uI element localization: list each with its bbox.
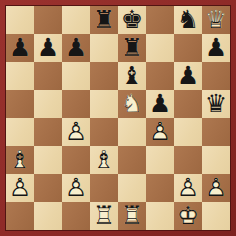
square-b3[interactable] [34,146,62,174]
square-f4[interactable]: ♟♙ [146,118,174,146]
square-c2[interactable]: ♟♙ [62,174,90,202]
square-d4[interactable] [90,118,118,146]
square-h7[interactable]: ♟ [202,34,230,62]
square-g4[interactable] [174,118,202,146]
square-g2[interactable]: ♟♙ [174,174,202,202]
square-a5[interactable] [6,90,34,118]
black-king-glyph: ♚ [118,6,146,34]
black-pawn[interactable]: ♟ [6,34,34,62]
square-d6[interactable] [90,62,118,90]
square-f6[interactable] [146,62,174,90]
square-d3[interactable]: ♝♗ [90,146,118,174]
square-g5[interactable] [174,90,202,118]
square-e1[interactable]: ♜♖ [118,202,146,230]
black-knight[interactable]: ♞ [174,6,202,34]
square-f1[interactable] [146,202,174,230]
square-f2[interactable] [146,174,174,202]
square-d8[interactable]: ♜ [90,6,118,34]
square-f7[interactable] [146,34,174,62]
square-g6[interactable]: ♟ [174,62,202,90]
square-b7[interactable]: ♟ [34,34,62,62]
square-g3[interactable] [174,146,202,174]
black-pawn-glyph: ♟ [34,34,62,62]
white-pawn-outline: ♙ [62,174,90,202]
black-pawn[interactable]: ♟ [146,90,174,118]
white-pawn[interactable]: ♟♙ [146,118,174,146]
black-bishop[interactable]: ♝ [118,62,146,90]
white-pawn[interactable]: ♟♙ [62,118,90,146]
square-b4[interactable] [34,118,62,146]
black-bishop-glyph: ♝ [118,62,146,90]
black-rook[interactable]: ♜ [90,6,118,34]
white-pawn-outline: ♙ [62,118,90,146]
square-c8[interactable] [62,6,90,34]
white-bishop[interactable]: ♝♗ [90,146,118,174]
square-e8[interactable]: ♚ [118,6,146,34]
black-pawn-glyph: ♟ [202,34,230,62]
square-a1[interactable] [6,202,34,230]
white-queen[interactable]: ♛♕ [202,6,230,34]
square-c4[interactable]: ♟♙ [62,118,90,146]
black-pawn-glyph: ♟ [62,34,90,62]
white-rook[interactable]: ♜♖ [118,202,146,230]
white-king-outline: ♔ [174,202,202,230]
white-pawn[interactable]: ♟♙ [62,174,90,202]
white-rook-outline: ♖ [90,202,118,230]
square-f3[interactable] [146,146,174,174]
white-pawn[interactable]: ♟♙ [202,174,230,202]
white-rook-outline: ♖ [118,202,146,230]
black-pawn[interactable]: ♟ [202,34,230,62]
square-a8[interactable] [6,6,34,34]
white-rook[interactable]: ♜♖ [90,202,118,230]
square-a7[interactable]: ♟ [6,34,34,62]
square-e5[interactable]: ♞♘ [118,90,146,118]
square-e3[interactable] [118,146,146,174]
black-rook-glyph: ♜ [90,6,118,34]
square-g1[interactable]: ♚♔ [174,202,202,230]
square-g7[interactable] [174,34,202,62]
square-c7[interactable]: ♟ [62,34,90,62]
white-bishop[interactable]: ♝♗ [6,146,34,174]
square-e6[interactable]: ♝ [118,62,146,90]
square-h6[interactable] [202,62,230,90]
square-f5[interactable]: ♟ [146,90,174,118]
square-d1[interactable]: ♜♖ [90,202,118,230]
black-pawn-glyph: ♟ [146,90,174,118]
square-d7[interactable] [90,34,118,62]
black-knight-glyph: ♞ [174,6,202,34]
square-e7[interactable]: ♜ [118,34,146,62]
square-b5[interactable] [34,90,62,118]
white-bishop-outline: ♗ [90,146,118,174]
chess-board-frame: ♜♚♞♛♕♟♟♟♜♟♝♟♞♘♟♛♟♙♟♙♝♗♝♗♟♙♟♙♟♙♟♙♜♖♜♖♚♔ [0,0,236,236]
square-g8[interactable]: ♞ [174,6,202,34]
white-knight[interactable]: ♞♘ [118,90,146,118]
black-pawn[interactable]: ♟ [174,62,202,90]
white-knight-outline: ♘ [118,90,146,118]
square-b6[interactable] [34,62,62,90]
black-king[interactable]: ♚ [118,6,146,34]
square-a4[interactable] [6,118,34,146]
chess-board: ♜♚♞♛♕♟♟♟♜♟♝♟♞♘♟♛♟♙♟♙♝♗♝♗♟♙♟♙♟♙♟♙♜♖♜♖♚♔ [5,5,231,231]
white-pawn-outline: ♙ [174,174,202,202]
white-pawn-outline: ♙ [202,174,230,202]
square-d2[interactable] [90,174,118,202]
square-f8[interactable] [146,6,174,34]
square-h5[interactable]: ♛ [202,90,230,118]
square-a3[interactable]: ♝♗ [6,146,34,174]
square-b2[interactable] [34,174,62,202]
black-queen[interactable]: ♛ [202,90,230,118]
white-queen-outline: ♕ [202,6,230,34]
black-pawn[interactable]: ♟ [62,34,90,62]
white-pawn-outline: ♙ [146,118,174,146]
black-pawn-glyph: ♟ [174,62,202,90]
black-rook-glyph: ♜ [118,34,146,62]
square-e2[interactable] [118,174,146,202]
black-queen-glyph: ♛ [202,90,230,118]
square-a6[interactable] [6,62,34,90]
black-pawn-glyph: ♟ [6,34,34,62]
square-b8[interactable] [34,6,62,34]
square-h2[interactable]: ♟♙ [202,174,230,202]
square-h3[interactable] [202,146,230,174]
white-bishop-outline: ♗ [6,146,34,174]
square-e4[interactable] [118,118,146,146]
white-king[interactable]: ♚♔ [174,202,202,230]
square-c3[interactable] [62,146,90,174]
square-d5[interactable] [90,90,118,118]
square-c5[interactable] [62,90,90,118]
white-pawn-outline: ♙ [6,174,34,202]
square-c1[interactable] [62,202,90,230]
white-pawn[interactable]: ♟♙ [174,174,202,202]
black-rook[interactable]: ♜ [118,34,146,62]
square-h8[interactable]: ♛♕ [202,6,230,34]
square-c6[interactable] [62,62,90,90]
square-h1[interactable] [202,202,230,230]
square-b1[interactable] [34,202,62,230]
square-a2[interactable]: ♟♙ [6,174,34,202]
square-h4[interactable] [202,118,230,146]
white-pawn[interactable]: ♟♙ [6,174,34,202]
black-pawn[interactable]: ♟ [34,34,62,62]
